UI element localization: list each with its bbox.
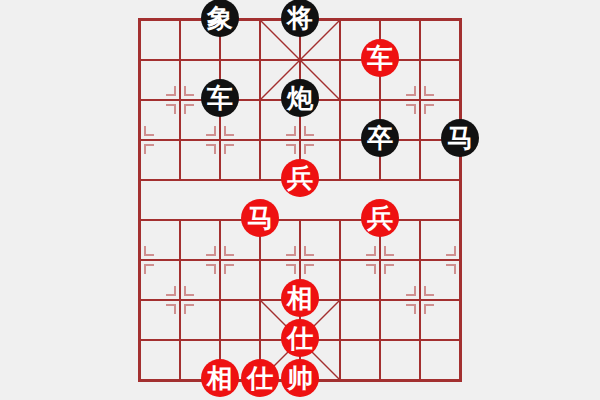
piece-red-chariot[interactable]: 车 xyxy=(361,39,399,77)
piece-red-elephant-left[interactable]: 相 xyxy=(201,359,239,397)
piece-red-soldier-center[interactable]: 兵 xyxy=(281,159,319,197)
piece-black-elephant[interactable]: 象 xyxy=(201,0,239,37)
piece-red-advisor-center[interactable]: 仕 xyxy=(281,319,319,357)
piece-red-soldier-right[interactable]: 兵 xyxy=(361,199,399,237)
piece-red-elephant-center[interactable]: 相 xyxy=(281,279,319,317)
piece-black-general[interactable]: 将 xyxy=(281,0,319,37)
piece-black-soldier[interactable]: 卒 xyxy=(361,119,399,157)
xiangqi-diagram: 象将车车炮卒马兵马兵相仕相仕帅 xyxy=(0,0,600,400)
piece-red-general[interactable]: 帅 xyxy=(281,359,319,397)
piece-black-horse[interactable]: 马 xyxy=(441,119,479,157)
piece-black-chariot[interactable]: 车 xyxy=(201,79,239,117)
piece-red-horse[interactable]: 马 xyxy=(241,199,279,237)
piece-red-advisor-left[interactable]: 仕 xyxy=(241,359,279,397)
piece-black-cannon[interactable]: 炮 xyxy=(281,79,319,117)
